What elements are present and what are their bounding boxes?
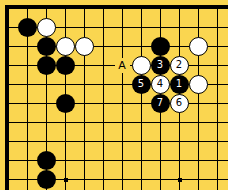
white-stone: [75, 37, 94, 56]
black-stone: [37, 37, 56, 56]
black-stone: [37, 151, 56, 170]
black-stone-move-7: 7: [151, 94, 170, 113]
white-stone-move-4: 4: [151, 75, 170, 94]
white-stone: [132, 56, 151, 75]
white-stone: [56, 37, 75, 56]
white-stone-move-2: 2: [170, 56, 189, 75]
black-stone: [151, 37, 170, 56]
black-stone: [56, 94, 75, 113]
black-stone: [37, 56, 56, 75]
black-stone-move-3: 3: [151, 56, 170, 75]
star-point: [64, 178, 68, 182]
star-point: [178, 178, 182, 182]
point-label-A: A: [115, 58, 130, 73]
white-stone: [37, 18, 56, 37]
go-board-diagram: 3254176A: [0, 0, 228, 190]
black-stone-move-1: 1: [170, 75, 189, 94]
black-stone: [18, 18, 37, 37]
white-stone: [189, 37, 208, 56]
white-stone: [189, 75, 208, 94]
black-stone: [37, 170, 56, 189]
black-stone-move-5: 5: [132, 75, 151, 94]
black-stone: [56, 56, 75, 75]
white-stone-move-6: 6: [170, 94, 189, 113]
